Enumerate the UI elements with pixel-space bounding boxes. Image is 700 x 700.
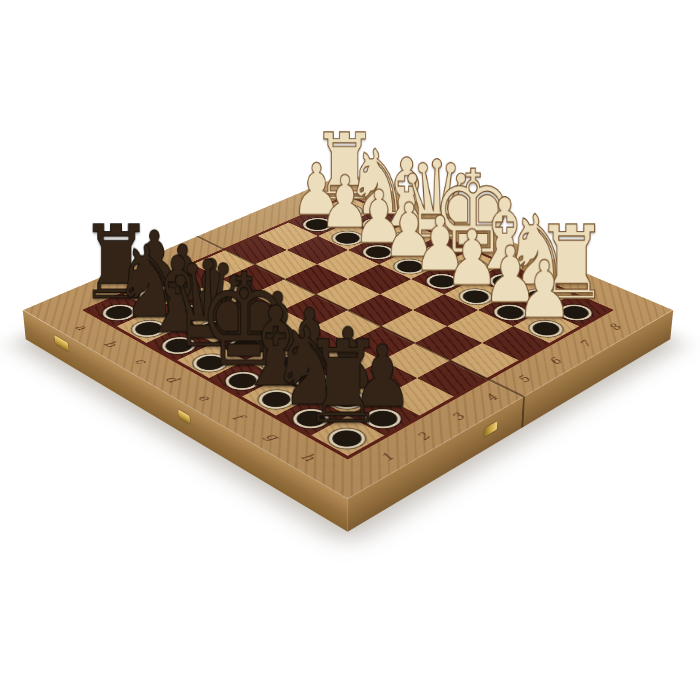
product-photo-scene: abcdefgh 12345678 ♜♞♝♛♚♝♞♜♟♟♟♟♟♟♟♟♟♟♟♟♟♟…: [0, 0, 700, 700]
fold-seam-side: [521, 396, 525, 428]
chess-board: abcdefgh 12345678 ♜♞♝♛♚♝♞♜♟♟♟♟♟♟♟♟♟♟♟♟♟♟…: [23, 172, 674, 499]
piece-glyph: ♜: [302, 330, 384, 435]
piece-glyph: ♟: [516, 254, 573, 327]
brass-clasp: [484, 421, 497, 437]
brass-hinge: [54, 335, 68, 352]
brass-clasp: [178, 409, 190, 424]
